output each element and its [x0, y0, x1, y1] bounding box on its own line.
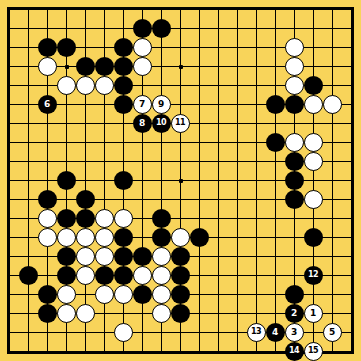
white-stone[interactable]	[114, 209, 133, 228]
white-stone[interactable]	[38, 228, 57, 247]
move-number-label: 9	[158, 100, 164, 109]
black-stone[interactable]	[95, 57, 114, 76]
black-stone[interactable]	[38, 38, 57, 57]
white-stone[interactable]	[152, 266, 171, 285]
white-stone[interactable]: 9	[152, 95, 171, 114]
white-stone[interactable]	[95, 209, 114, 228]
black-stone[interactable]	[38, 304, 57, 323]
white-stone[interactable]	[304, 190, 323, 209]
move-number-label: 1	[310, 309, 316, 318]
black-stone[interactable]: 2	[285, 304, 304, 323]
black-stone[interactable]: 8	[133, 114, 152, 133]
black-stone[interactable]	[266, 95, 285, 114]
white-stone[interactable]	[57, 304, 76, 323]
black-stone[interactable]	[171, 266, 190, 285]
white-stone[interactable]	[323, 95, 342, 114]
black-stone[interactable]	[76, 209, 95, 228]
white-stone[interactable]	[95, 247, 114, 266]
white-stone[interactable]	[285, 57, 304, 76]
white-stone[interactable]	[76, 228, 95, 247]
white-stone[interactable]	[57, 285, 76, 304]
move-number-label: 14	[289, 347, 299, 355]
white-stone[interactable]	[76, 266, 95, 285]
white-stone[interactable]	[152, 304, 171, 323]
white-stone[interactable]	[95, 76, 114, 95]
black-stone[interactable]	[171, 285, 190, 304]
white-stone[interactable]	[38, 209, 57, 228]
black-stone[interactable]: 10	[152, 114, 171, 133]
white-stone[interactable]	[304, 133, 323, 152]
black-stone[interactable]	[152, 19, 171, 38]
move-number-label: 10	[156, 119, 166, 127]
black-stone[interactable]: 6	[38, 95, 57, 114]
black-stone[interactable]	[114, 57, 133, 76]
white-stone[interactable]	[114, 285, 133, 304]
white-stone[interactable]	[114, 323, 133, 342]
white-stone[interactable]	[152, 247, 171, 266]
black-stone[interactable]	[133, 285, 152, 304]
black-stone[interactable]	[114, 76, 133, 95]
white-stone[interactable]	[95, 228, 114, 247]
white-stone[interactable]	[304, 152, 323, 171]
white-stone[interactable]	[38, 57, 57, 76]
move-number-label: 12	[308, 271, 318, 279]
black-stone[interactable]	[76, 190, 95, 209]
white-stone[interactable]	[133, 266, 152, 285]
black-stone[interactable]	[114, 95, 133, 114]
white-stone[interactable]	[76, 76, 95, 95]
black-stone[interactable]	[57, 247, 76, 266]
move-number-label: 11	[175, 119, 185, 127]
black-stone[interactable]	[190, 228, 209, 247]
star-point	[179, 179, 183, 183]
black-stone[interactable]	[57, 171, 76, 190]
move-number-label: 2	[291, 309, 297, 318]
black-stone[interactable]	[171, 304, 190, 323]
white-stone[interactable]: 11	[171, 114, 190, 133]
black-stone[interactable]	[38, 285, 57, 304]
black-stone[interactable]	[285, 95, 304, 114]
black-stone[interactable]	[266, 133, 285, 152]
black-stone[interactable]: 14	[285, 342, 304, 361]
go-board: 679810111221134351415	[0, 0, 361, 361]
white-stone[interactable]: 3	[285, 323, 304, 342]
black-stone[interactable]	[114, 228, 133, 247]
black-stone[interactable]	[38, 190, 57, 209]
move-number-label: 7	[139, 100, 145, 109]
white-stone[interactable]	[152, 285, 171, 304]
white-stone[interactable]: 7	[133, 95, 152, 114]
move-number-label: 6	[44, 100, 50, 109]
white-stone[interactable]	[285, 76, 304, 95]
black-stone[interactable]	[285, 285, 304, 304]
black-stone[interactable]	[304, 228, 323, 247]
white-stone[interactable]: 1	[304, 304, 323, 323]
black-stone[interactable]	[133, 247, 152, 266]
black-stone[interactable]	[171, 247, 190, 266]
black-stone[interactable]	[285, 190, 304, 209]
black-stone[interactable]	[152, 228, 171, 247]
white-stone[interactable]: 13	[247, 323, 266, 342]
star-point	[179, 65, 183, 69]
white-stone[interactable]	[95, 285, 114, 304]
move-number-label: 4	[272, 328, 278, 337]
black-stone[interactable]	[95, 266, 114, 285]
black-stone[interactable]	[114, 171, 133, 190]
black-stone[interactable]	[57, 209, 76, 228]
black-stone[interactable]	[285, 152, 304, 171]
black-stone[interactable]	[152, 209, 171, 228]
black-stone[interactable]: 4	[266, 323, 285, 342]
black-stone[interactable]	[19, 266, 38, 285]
white-stone[interactable]: 5	[323, 323, 342, 342]
move-number-label: 5	[329, 328, 335, 337]
black-stone[interactable]	[133, 19, 152, 38]
white-stone[interactable]	[285, 133, 304, 152]
white-stone[interactable]	[76, 247, 95, 266]
star-point	[65, 65, 69, 69]
white-stone[interactable]	[285, 38, 304, 57]
move-number-label: 15	[308, 347, 318, 355]
black-stone[interactable]	[57, 266, 76, 285]
white-stone[interactable]	[171, 228, 190, 247]
move-number-label: 3	[291, 328, 297, 337]
black-stone[interactable]	[114, 266, 133, 285]
black-stone[interactable]	[304, 76, 323, 95]
white-stone[interactable]	[57, 76, 76, 95]
black-stone[interactable]	[285, 171, 304, 190]
black-stone[interactable]	[76, 57, 95, 76]
white-stone[interactable]	[76, 304, 95, 323]
white-stone[interactable]	[133, 57, 152, 76]
white-stone[interactable]: 15	[304, 342, 323, 361]
white-stone[interactable]	[57, 228, 76, 247]
black-stone[interactable]	[114, 38, 133, 57]
black-stone[interactable]: 12	[304, 266, 323, 285]
move-number-label: 13	[251, 328, 261, 336]
white-stone[interactable]	[304, 95, 323, 114]
black-stone[interactable]	[114, 247, 133, 266]
white-stone[interactable]	[133, 38, 152, 57]
move-number-label: 8	[139, 119, 145, 128]
black-stone[interactable]	[57, 38, 76, 57]
